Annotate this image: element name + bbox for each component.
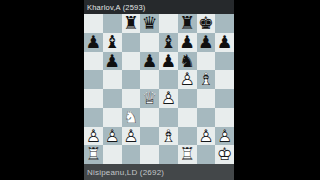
piece-white-knight-c3: ♞♘ xyxy=(122,108,141,127)
square-c2[interactable]: ♟♙ xyxy=(122,127,141,146)
piece-white-pawn-c2: ♟♙ xyxy=(122,127,141,146)
square-g4[interactable] xyxy=(197,89,216,108)
chess-board: ♜♛♜♚♟♝♝♟♟♟♟♟♟♞♟♙♝♗♛♕♟♙♞♘♟♙♟♙♟♙♝♗♟♙♟♙♜♖♜♖… xyxy=(84,14,234,164)
square-a7[interactable]: ♟ xyxy=(84,33,103,52)
piece-black-rook-c8: ♜ xyxy=(122,14,141,33)
piece-black-pawn-f7: ♟ xyxy=(178,33,197,52)
square-e2[interactable]: ♝♗ xyxy=(159,127,178,146)
piece-black-bishop-b7: ♝ xyxy=(103,33,122,52)
square-c5[interactable] xyxy=(122,70,141,89)
square-g8[interactable]: ♚ xyxy=(197,14,216,33)
square-a1[interactable]: ♜♖ xyxy=(84,145,103,164)
square-c1[interactable] xyxy=(122,145,141,164)
white-piece-outline: ♗ xyxy=(197,70,216,89)
square-h1[interactable]: ♚♔ xyxy=(215,145,234,164)
square-d4[interactable]: ♛♕ xyxy=(140,89,159,108)
square-d3[interactable] xyxy=(140,108,159,127)
piece-white-bishop-e2: ♝♗ xyxy=(159,127,178,146)
square-e6[interactable]: ♟ xyxy=(159,52,178,71)
black-player-bar: Kharlov,A (2593) xyxy=(84,0,234,14)
square-b8[interactable] xyxy=(103,14,122,33)
square-a3[interactable] xyxy=(84,108,103,127)
square-b7[interactable]: ♝ xyxy=(103,33,122,52)
square-f8[interactable]: ♜ xyxy=(178,14,197,33)
square-c6[interactable] xyxy=(122,52,141,71)
white-piece-outline: ♙ xyxy=(178,70,197,89)
square-c3[interactable]: ♞♘ xyxy=(122,108,141,127)
piece-white-queen-d4: ♛♕ xyxy=(140,89,159,108)
square-g7[interactable]: ♟ xyxy=(197,33,216,52)
square-b6[interactable]: ♟ xyxy=(103,52,122,71)
square-f7[interactable]: ♟ xyxy=(178,33,197,52)
square-d2[interactable] xyxy=(140,127,159,146)
piece-black-king-g8: ♚ xyxy=(197,14,216,33)
piece-black-pawn-b6: ♟ xyxy=(103,52,122,71)
square-e3[interactable] xyxy=(159,108,178,127)
square-b2[interactable]: ♟♙ xyxy=(103,127,122,146)
piece-black-pawn-e6: ♟ xyxy=(159,52,178,71)
square-c7[interactable] xyxy=(122,33,141,52)
square-a2[interactable]: ♟♙ xyxy=(84,127,103,146)
square-b4[interactable] xyxy=(103,89,122,108)
white-piece-outline: ♙ xyxy=(197,127,216,146)
white-piece-outline: ♙ xyxy=(215,127,234,146)
square-h7[interactable]: ♟ xyxy=(215,33,234,52)
piece-white-pawn-h2: ♟♙ xyxy=(215,127,234,146)
square-h6[interactable] xyxy=(215,52,234,71)
piece-black-bishop-e7: ♝ xyxy=(159,33,178,52)
square-f2[interactable] xyxy=(178,127,197,146)
black-player-label: Kharlov,A (2593) xyxy=(84,3,146,12)
square-d6[interactable]: ♟ xyxy=(140,52,159,71)
square-e1[interactable] xyxy=(159,145,178,164)
square-f4[interactable] xyxy=(178,89,197,108)
white-piece-outline: ♙ xyxy=(103,127,122,146)
game-panel: Kharlov,A (2593) ♜♛♜♚♟♝♝♟♟♟♟♟♟♞♟♙♝♗♛♕♟♙♞… xyxy=(84,0,234,180)
white-piece-outline: ♗ xyxy=(159,127,178,146)
piece-white-pawn-b2: ♟♙ xyxy=(103,127,122,146)
square-d8[interactable]: ♛ xyxy=(140,14,159,33)
square-g6[interactable] xyxy=(197,52,216,71)
piece-black-pawn-h7: ♟ xyxy=(215,33,234,52)
piece-white-pawn-f5: ♟♙ xyxy=(178,70,197,89)
piece-black-pawn-g7: ♟ xyxy=(197,33,216,52)
square-h5[interactable] xyxy=(215,70,234,89)
white-piece-outline: ♙ xyxy=(84,127,103,146)
square-f3[interactable] xyxy=(178,108,197,127)
piece-white-pawn-e4: ♟♙ xyxy=(159,89,178,108)
piece-white-king-h1: ♚♔ xyxy=(215,145,234,164)
white-piece-outline: ♔ xyxy=(215,145,234,164)
square-h3[interactable] xyxy=(215,108,234,127)
white-piece-outline: ♘ xyxy=(122,108,141,127)
piece-black-pawn-a7: ♟ xyxy=(84,33,103,52)
white-player-bar: Nisipeanu,LD (2692) xyxy=(84,164,234,180)
square-g2[interactable]: ♟♙ xyxy=(197,127,216,146)
piece-black-knight-f6: ♞ xyxy=(178,52,197,71)
white-piece-outline: ♙ xyxy=(159,89,178,108)
square-b1[interactable] xyxy=(103,145,122,164)
square-f5[interactable]: ♟♙ xyxy=(178,70,197,89)
piece-white-pawn-a2: ♟♙ xyxy=(84,127,103,146)
square-e4[interactable]: ♟♙ xyxy=(159,89,178,108)
square-d1[interactable] xyxy=(140,145,159,164)
piece-black-rook-f8: ♜ xyxy=(178,14,197,33)
square-c4[interactable] xyxy=(122,89,141,108)
square-h4[interactable] xyxy=(215,89,234,108)
square-f1[interactable]: ♜♖ xyxy=(178,145,197,164)
square-e8[interactable] xyxy=(159,14,178,33)
square-b3[interactable] xyxy=(103,108,122,127)
white-piece-outline: ♖ xyxy=(84,145,103,164)
square-b5[interactable] xyxy=(103,70,122,89)
square-g5[interactable]: ♝♗ xyxy=(197,70,216,89)
piece-black-queen-d8: ♛ xyxy=(140,14,159,33)
square-g3[interactable] xyxy=(197,108,216,127)
piece-white-bishop-g5: ♝♗ xyxy=(197,70,216,89)
square-c8[interactable]: ♜ xyxy=(122,14,141,33)
square-d7[interactable] xyxy=(140,33,159,52)
square-a8[interactable] xyxy=(84,14,103,33)
square-e7[interactable]: ♝ xyxy=(159,33,178,52)
piece-black-pawn-d6: ♟ xyxy=(140,52,159,71)
square-a4[interactable] xyxy=(84,89,103,108)
piece-white-rook-f1: ♜♖ xyxy=(178,145,197,164)
white-player-label: Nisipeanu,LD (2692) xyxy=(84,168,164,177)
white-piece-outline: ♖ xyxy=(178,145,197,164)
square-d5[interactable] xyxy=(140,70,159,89)
square-f6[interactable]: ♞ xyxy=(178,52,197,71)
square-e5[interactable] xyxy=(159,70,178,89)
white-piece-outline: ♙ xyxy=(122,127,141,146)
white-piece-outline: ♕ xyxy=(140,89,159,108)
piece-white-pawn-g2: ♟♙ xyxy=(197,127,216,146)
square-g1[interactable] xyxy=(197,145,216,164)
square-a5[interactable] xyxy=(84,70,103,89)
square-a6[interactable] xyxy=(84,52,103,71)
piece-white-rook-a1: ♜♖ xyxy=(84,145,103,164)
square-h8[interactable] xyxy=(215,14,234,33)
square-h2[interactable]: ♟♙ xyxy=(215,127,234,146)
